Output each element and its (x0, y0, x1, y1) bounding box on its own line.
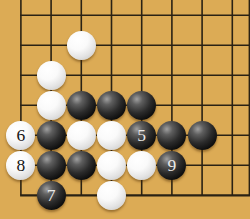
board-intersection[interactable] (96, 150, 126, 180)
board-intersection[interactable] (66, 120, 96, 150)
board-intersection[interactable] (127, 180, 157, 210)
board-intersection[interactable] (157, 180, 187, 210)
black-stone (37, 151, 66, 180)
board-intersection[interactable] (96, 0, 126, 30)
black-stone (37, 121, 66, 150)
board-intersection[interactable] (157, 0, 187, 30)
go-board-diagram: 65897 (0, 0, 250, 219)
board-intersection[interactable] (36, 150, 66, 180)
board-intersection[interactable] (6, 0, 36, 30)
white-stone (127, 151, 156, 180)
board-intersection[interactable] (127, 0, 157, 30)
white-stone: 8 (6, 151, 35, 180)
move-number-label: 8 (17, 156, 26, 174)
board-intersection[interactable] (66, 90, 96, 120)
black-stone: 5 (127, 121, 156, 150)
board-intersection[interactable] (66, 180, 96, 210)
board-intersection[interactable] (187, 180, 217, 210)
board-intersection[interactable] (96, 120, 126, 150)
white-stone (67, 31, 96, 60)
move-number-label: 6 (17, 126, 26, 144)
board-intersection[interactable] (187, 90, 217, 120)
board-intersection[interactable] (157, 90, 187, 120)
board-intersection[interactable]: 9 (157, 150, 187, 180)
white-stone (97, 151, 126, 180)
board-intersection[interactable] (66, 0, 96, 30)
board-intersection[interactable]: 6 (6, 120, 36, 150)
board-intersection[interactable] (6, 90, 36, 120)
board-intersection[interactable] (6, 60, 36, 90)
board-intersection[interactable] (66, 60, 96, 90)
black-stone (157, 121, 186, 150)
board-intersection[interactable] (157, 60, 187, 90)
board-intersection[interactable] (187, 60, 217, 90)
board-intersection[interactable] (187, 120, 217, 150)
board-intersections: 65897 (6, 0, 248, 210)
move-number-label: 5 (137, 126, 146, 144)
black-stone (188, 121, 217, 150)
board-intersection[interactable]: 5 (127, 120, 157, 150)
board-intersection[interactable] (187, 150, 217, 180)
board-intersection[interactable] (157, 120, 187, 150)
white-stone (67, 121, 96, 150)
white-stone (97, 181, 126, 210)
board-intersection[interactable] (127, 150, 157, 180)
board-intersection[interactable] (6, 30, 36, 60)
board-intersection[interactable] (36, 30, 66, 60)
board-intersection[interactable] (36, 0, 66, 30)
black-stone: 9 (157, 151, 186, 180)
white-stone (37, 91, 66, 120)
board-intersection[interactable] (217, 120, 247, 150)
black-stone (67, 91, 96, 120)
board-intersection[interactable] (217, 150, 247, 180)
black-stone (127, 91, 156, 120)
white-stone: 6 (6, 121, 35, 150)
white-stone (97, 121, 126, 150)
board-intersection[interactable] (66, 30, 96, 60)
white-stone (37, 61, 66, 90)
board-intersection[interactable] (217, 60, 247, 90)
board-intersection[interactable] (217, 180, 247, 210)
board-intersection[interactable] (96, 180, 126, 210)
board-intersection[interactable] (187, 30, 217, 60)
board-intersection[interactable] (36, 90, 66, 120)
black-stone: 7 (37, 181, 66, 210)
board-intersection[interactable] (36, 120, 66, 150)
board-intersection[interactable] (127, 60, 157, 90)
board-intersection[interactable] (6, 180, 36, 210)
move-number-label: 9 (167, 156, 176, 174)
board-intersection[interactable] (217, 30, 247, 60)
board-intersection[interactable] (127, 30, 157, 60)
board-intersection[interactable]: 8 (6, 150, 36, 180)
board-intersection[interactable] (66, 150, 96, 180)
board-intersection[interactable] (96, 30, 126, 60)
board-intersection[interactable] (36, 60, 66, 90)
black-stone (67, 151, 96, 180)
board-intersection[interactable] (96, 90, 126, 120)
board-intersection[interactable]: 7 (36, 180, 66, 210)
move-number-label: 7 (47, 186, 56, 204)
board-intersection[interactable] (96, 60, 126, 90)
board-intersection[interactable] (217, 0, 247, 30)
board-intersection[interactable] (157, 30, 187, 60)
board-intersection[interactable] (187, 0, 217, 30)
board-intersection[interactable] (127, 90, 157, 120)
board-intersection[interactable] (217, 90, 247, 120)
black-stone (97, 91, 126, 120)
